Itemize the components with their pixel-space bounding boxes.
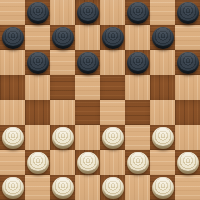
square-r8c8 xyxy=(175,175,200,200)
square-r1c3 xyxy=(50,0,75,25)
light-piece[interactable] xyxy=(77,152,99,174)
square-4[interactable] xyxy=(175,0,200,25)
dark-piece-face xyxy=(178,52,198,71)
light-piece-face xyxy=(178,152,198,171)
dark-piece-face xyxy=(178,2,198,21)
square-r5c7 xyxy=(150,100,175,125)
square-r4c2 xyxy=(25,75,50,100)
square-7[interactable] xyxy=(100,25,125,50)
light-piece-face xyxy=(53,177,73,196)
square-11[interactable] xyxy=(125,50,150,75)
square-r1c7 xyxy=(150,0,175,25)
square-13[interactable] xyxy=(0,75,25,100)
light-piece[interactable] xyxy=(52,177,74,199)
square-r4c4 xyxy=(75,75,100,100)
dark-piece[interactable] xyxy=(177,2,199,24)
light-piece[interactable] xyxy=(102,177,124,199)
light-piece-face xyxy=(103,127,123,146)
light-piece-face xyxy=(28,152,48,171)
square-r8c2 xyxy=(25,175,50,200)
dark-piece[interactable] xyxy=(127,2,149,24)
square-16[interactable] xyxy=(150,75,175,100)
square-r2c4 xyxy=(75,25,100,50)
square-r8c4 xyxy=(75,175,100,200)
square-r7c1 xyxy=(0,150,25,175)
square-r6c6 xyxy=(125,125,150,150)
light-piece[interactable] xyxy=(2,127,24,149)
square-r8c6 xyxy=(125,175,150,200)
dark-piece-face xyxy=(103,27,123,46)
light-piece-face xyxy=(3,177,23,196)
square-r5c1 xyxy=(0,100,25,125)
square-23[interactable] xyxy=(100,125,125,150)
square-r2c6 xyxy=(125,25,150,50)
dark-piece-face xyxy=(128,2,148,21)
dark-piece-face xyxy=(128,52,148,71)
light-piece[interactable] xyxy=(2,177,24,199)
dark-piece-face xyxy=(78,2,98,21)
square-22[interactable] xyxy=(50,125,75,150)
square-14[interactable] xyxy=(50,75,75,100)
light-piece[interactable] xyxy=(27,152,49,174)
light-piece[interactable] xyxy=(152,177,174,199)
square-25[interactable] xyxy=(25,150,50,175)
light-piece-face xyxy=(53,127,73,146)
square-r4c8 xyxy=(175,75,200,100)
square-r4c6 xyxy=(125,75,150,100)
square-r1c1 xyxy=(0,0,25,25)
light-piece[interactable] xyxy=(177,152,199,174)
square-r7c7 xyxy=(150,150,175,175)
square-r3c5 xyxy=(100,50,125,75)
square-r6c8 xyxy=(175,125,200,150)
square-17[interactable] xyxy=(25,100,50,125)
square-6[interactable] xyxy=(50,25,75,50)
square-r2c2 xyxy=(25,25,50,50)
square-28[interactable] xyxy=(175,150,200,175)
light-piece-face xyxy=(3,127,23,146)
square-r5c5 xyxy=(100,100,125,125)
square-r3c7 xyxy=(150,50,175,75)
light-piece[interactable] xyxy=(152,127,174,149)
dark-piece[interactable] xyxy=(127,52,149,74)
square-r5c3 xyxy=(50,100,75,125)
dark-piece[interactable] xyxy=(77,52,99,74)
square-r6c4 xyxy=(75,125,100,150)
dark-piece[interactable] xyxy=(152,27,174,49)
dark-piece[interactable] xyxy=(177,52,199,74)
square-r7c5 xyxy=(100,150,125,175)
light-piece[interactable] xyxy=(52,127,74,149)
dark-piece[interactable] xyxy=(27,2,49,24)
square-31[interactable] xyxy=(100,175,125,200)
square-2[interactable] xyxy=(75,0,100,25)
dark-piece-face xyxy=(53,27,73,46)
square-3[interactable] xyxy=(125,0,150,25)
dark-piece[interactable] xyxy=(2,27,24,49)
square-r2c8 xyxy=(175,25,200,50)
dark-piece-face xyxy=(28,52,48,71)
dark-piece[interactable] xyxy=(27,52,49,74)
square-32[interactable] xyxy=(150,175,175,200)
square-r1c5 xyxy=(100,0,125,25)
square-r6c2 xyxy=(25,125,50,150)
dark-piece[interactable] xyxy=(52,27,74,49)
square-9[interactable] xyxy=(25,50,50,75)
dark-piece-face xyxy=(78,52,98,71)
square-5[interactable] xyxy=(0,25,25,50)
square-r3c1 xyxy=(0,50,25,75)
dark-piece[interactable] xyxy=(102,27,124,49)
light-piece[interactable] xyxy=(127,152,149,174)
light-piece-face xyxy=(103,177,123,196)
square-r7c3 xyxy=(50,150,75,175)
square-r3c3 xyxy=(50,50,75,75)
square-18[interactable] xyxy=(75,100,100,125)
square-12[interactable] xyxy=(175,50,200,75)
dark-piece[interactable] xyxy=(77,2,99,24)
light-piece-face xyxy=(128,152,148,171)
dark-piece-face xyxy=(3,27,23,46)
checkers-board xyxy=(0,0,200,200)
square-10[interactable] xyxy=(75,50,100,75)
light-piece-face xyxy=(153,177,173,196)
square-27[interactable] xyxy=(125,150,150,175)
square-15[interactable] xyxy=(100,75,125,100)
square-1[interactable] xyxy=(25,0,50,25)
square-19[interactable] xyxy=(125,100,150,125)
square-29[interactable] xyxy=(0,175,25,200)
light-piece-face xyxy=(153,127,173,146)
light-piece-face xyxy=(78,152,98,171)
square-8[interactable] xyxy=(150,25,175,50)
square-21[interactable] xyxy=(0,125,25,150)
dark-piece-face xyxy=(28,2,48,21)
square-30[interactable] xyxy=(50,175,75,200)
square-20[interactable] xyxy=(175,100,200,125)
dark-piece-face xyxy=(153,27,173,46)
light-piece[interactable] xyxy=(102,127,124,149)
square-24[interactable] xyxy=(150,125,175,150)
square-26[interactable] xyxy=(75,150,100,175)
